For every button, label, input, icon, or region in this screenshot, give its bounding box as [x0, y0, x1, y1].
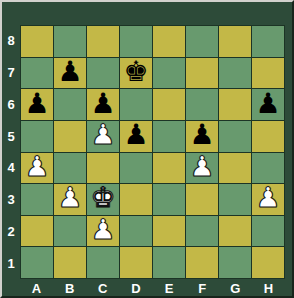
- square-a4[interactable]: ♟: [21, 153, 53, 184]
- square-d3[interactable]: [120, 184, 152, 215]
- square-d6[interactable]: [120, 89, 152, 120]
- square-g1[interactable]: [219, 247, 251, 278]
- square-f6[interactable]: [186, 89, 218, 120]
- square-a1[interactable]: [21, 247, 53, 278]
- square-d7[interactable]: ♚: [120, 58, 152, 89]
- square-d4[interactable]: [120, 153, 152, 184]
- square-e4[interactable]: [153, 153, 185, 184]
- square-f7[interactable]: [186, 58, 218, 89]
- white-pawn[interactable]: ♟: [255, 184, 280, 212]
- square-d1[interactable]: [120, 247, 152, 278]
- file-label-f: F: [186, 279, 219, 298]
- square-h7[interactable]: [252, 58, 284, 89]
- square-d2[interactable]: [120, 216, 152, 247]
- square-f5[interactable]: ♟: [186, 121, 218, 152]
- rank-label-8: 8: [2, 25, 20, 57]
- square-c4[interactable]: [87, 153, 119, 184]
- square-g8[interactable]: [219, 26, 251, 57]
- square-c6[interactable]: ♟: [87, 89, 119, 120]
- square-e1[interactable]: [153, 247, 185, 278]
- black-pawn[interactable]: ♟: [24, 90, 49, 118]
- black-pawn[interactable]: ♟: [90, 90, 115, 118]
- white-pawn[interactable]: ♟: [90, 216, 115, 244]
- square-a3[interactable]: [21, 184, 53, 215]
- rank-labels: 87654321: [2, 25, 20, 279]
- chess-board-window: 87654321 ♟♚♟♟♟♟♟♟♟♟♟♚♟♟ ABCDEFGH: [0, 0, 294, 298]
- square-c7[interactable]: [87, 58, 119, 89]
- square-h6[interactable]: ♟: [252, 89, 284, 120]
- white-king[interactable]: ♚: [90, 184, 115, 212]
- square-g7[interactable]: [219, 58, 251, 89]
- square-b4[interactable]: [54, 153, 86, 184]
- file-label-d: D: [119, 279, 152, 298]
- square-c8[interactable]: [87, 26, 119, 57]
- square-b2[interactable]: [54, 216, 86, 247]
- white-pawn[interactable]: ♟: [189, 153, 214, 181]
- white-pawn[interactable]: ♟: [57, 184, 82, 212]
- square-a5[interactable]: [21, 121, 53, 152]
- rank-label-3: 3: [2, 184, 20, 216]
- file-label-c: C: [86, 279, 119, 298]
- square-b7[interactable]: ♟: [54, 58, 86, 89]
- square-b1[interactable]: [54, 247, 86, 278]
- square-c5[interactable]: ♟: [87, 121, 119, 152]
- square-h5[interactable]: [252, 121, 284, 152]
- file-label-h: H: [252, 279, 285, 298]
- black-pawn[interactable]: ♟: [57, 58, 82, 86]
- file-label-b: B: [53, 279, 86, 298]
- square-g3[interactable]: [219, 184, 251, 215]
- square-e7[interactable]: [153, 58, 185, 89]
- black-king[interactable]: ♚: [123, 58, 148, 86]
- square-b8[interactable]: [54, 26, 86, 57]
- rank-label-7: 7: [2, 57, 20, 89]
- square-e5[interactable]: [153, 121, 185, 152]
- chess-board: ♟♚♟♟♟♟♟♟♟♟♟♚♟♟: [20, 25, 285, 279]
- square-h1[interactable]: [252, 247, 284, 278]
- square-g4[interactable]: [219, 153, 251, 184]
- square-d5[interactable]: ♟: [120, 121, 152, 152]
- black-pawn[interactable]: ♟: [255, 90, 280, 118]
- square-a8[interactable]: [21, 26, 53, 57]
- square-f8[interactable]: [186, 26, 218, 57]
- white-pawn[interactable]: ♟: [24, 153, 49, 181]
- black-pawn[interactable]: ♟: [123, 121, 148, 149]
- square-g2[interactable]: [219, 216, 251, 247]
- square-h4[interactable]: [252, 153, 284, 184]
- square-a2[interactable]: [21, 216, 53, 247]
- square-f1[interactable]: [186, 247, 218, 278]
- square-b5[interactable]: [54, 121, 86, 152]
- square-c1[interactable]: [87, 247, 119, 278]
- file-label-a: A: [20, 279, 53, 298]
- rank-label-5: 5: [2, 120, 20, 152]
- square-b6[interactable]: [54, 89, 86, 120]
- square-c3[interactable]: ♚: [87, 184, 119, 215]
- square-e6[interactable]: [153, 89, 185, 120]
- square-e3[interactable]: [153, 184, 185, 215]
- square-e8[interactable]: [153, 26, 185, 57]
- square-f3[interactable]: [186, 184, 218, 215]
- square-a7[interactable]: [21, 58, 53, 89]
- square-g5[interactable]: [219, 121, 251, 152]
- rank-label-2: 2: [2, 216, 20, 248]
- square-h3[interactable]: ♟: [252, 184, 284, 215]
- rank-label-4: 4: [2, 152, 20, 184]
- square-d8[interactable]: [120, 26, 152, 57]
- square-f2[interactable]: [186, 216, 218, 247]
- square-h8[interactable]: [252, 26, 284, 57]
- black-pawn[interactable]: ♟: [189, 121, 214, 149]
- white-pawn[interactable]: ♟: [90, 121, 115, 149]
- square-h2[interactable]: [252, 216, 284, 247]
- file-labels: ABCDEFGH: [20, 279, 285, 298]
- square-a6[interactable]: ♟: [21, 89, 53, 120]
- square-c2[interactable]: ♟: [87, 216, 119, 247]
- rank-label-1: 1: [2, 247, 20, 279]
- file-label-e: E: [153, 279, 186, 298]
- square-b3[interactable]: ♟: [54, 184, 86, 215]
- rank-label-6: 6: [2, 89, 20, 121]
- square-e2[interactable]: [153, 216, 185, 247]
- square-g6[interactable]: [219, 89, 251, 120]
- square-f4[interactable]: ♟: [186, 153, 218, 184]
- file-label-g: G: [219, 279, 252, 298]
